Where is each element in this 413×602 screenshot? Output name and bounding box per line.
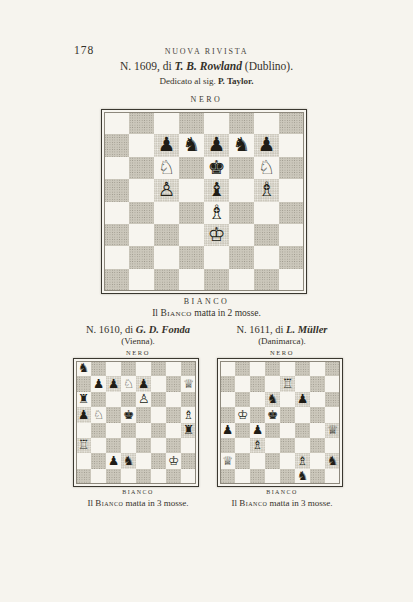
square-c5: ♙ (154, 179, 179, 201)
white-king-piece: ♔ (208, 225, 225, 245)
black-pawn-piece: ♟ (208, 135, 225, 155)
square-b8 (235, 361, 250, 376)
square-c6: ♘ (154, 157, 179, 179)
white-pawn-piece: ♙ (138, 393, 149, 406)
square-g7 (310, 376, 325, 391)
square-c3 (106, 438, 121, 453)
square-b4 (91, 423, 106, 438)
white-bishop-piece: ♗ (297, 455, 308, 468)
chessboard-frame-1610: ♞♟♟♘♟♕♜♙♟♘♚♗♜♖♟♞♔ (73, 358, 199, 487)
chessboard-1609: ♟♞♟♞♟♘♚♘♙♝♗♗♔ (104, 112, 304, 291)
problem-1609-dedication: Dedicato al sig. P. Taylor. (0, 76, 413, 86)
square-a1 (220, 469, 235, 484)
square-b7 (129, 134, 154, 156)
square-b1 (129, 269, 154, 291)
square-c3: ♗ (250, 438, 265, 453)
white-bishop-piece: ♗ (208, 203, 225, 223)
square-f2: ♗ (295, 453, 310, 468)
square-g2 (254, 246, 279, 268)
white-bishop-piece: ♗ (183, 409, 194, 422)
square-e2 (280, 453, 295, 468)
square-b5: ♘ (91, 407, 106, 422)
square-a2 (104, 246, 129, 268)
square-f7 (151, 376, 166, 391)
square-b2 (91, 453, 106, 468)
stipulation-1610: Il Bianco matta in 3 mosse. (54, 498, 222, 508)
nero-label-1609: NERO (0, 95, 413, 104)
square-d1 (179, 269, 204, 291)
square-h1 (325, 469, 340, 484)
square-f4 (229, 202, 254, 224)
chessboard-1611: ♖♞♟♔♚♟♟♕♗♕♗♞♞ (220, 361, 340, 484)
square-b1 (91, 469, 106, 484)
square-c7 (250, 376, 265, 391)
square-c2 (154, 246, 179, 268)
square-e6 (280, 392, 295, 407)
square-a6 (104, 157, 129, 179)
square-f4 (295, 423, 310, 438)
square-d3 (179, 224, 204, 246)
white-queen-piece: ♕ (183, 378, 194, 391)
square-a5 (104, 179, 129, 201)
problem-1609-number: N. 1609, di (120, 60, 172, 72)
square-d8 (265, 361, 280, 376)
square-g4 (310, 423, 325, 438)
square-f6: ♟ (295, 392, 310, 407)
black-rook-piece: ♜ (183, 424, 194, 437)
square-a8: ♞ (76, 361, 91, 376)
square-h1 (279, 269, 304, 291)
square-c3 (154, 224, 179, 246)
square-e8 (136, 361, 151, 376)
square-d4 (265, 423, 280, 438)
square-a6: ♜ (76, 392, 91, 407)
square-g3 (310, 438, 325, 453)
square-h4 (279, 202, 304, 224)
black-pawn-piece: ♟ (108, 378, 119, 391)
white-rook-piece: ♖ (78, 439, 89, 452)
square-h3 (279, 224, 304, 246)
square-c8 (250, 361, 265, 376)
square-e4: ♗ (204, 202, 229, 224)
black-knight-piece: ♞ (297, 470, 308, 483)
square-d5: ♚ (265, 407, 280, 422)
white-knight-piece: ♘ (158, 158, 175, 178)
black-pawn-piece: ♟ (297, 393, 308, 406)
square-f1 (229, 269, 254, 291)
square-h4: ♕ (325, 423, 340, 438)
white-knight-piece: ♘ (123, 378, 134, 391)
chessboard-frame-1611: ♖♞♟♔♚♟♟♕♗♕♗♞♞ (217, 358, 343, 487)
square-g2 (310, 453, 325, 468)
square-e8 (280, 361, 295, 376)
white-rook-piece: ♖ (282, 378, 293, 391)
square-f6 (229, 157, 254, 179)
square-d6 (179, 157, 204, 179)
square-e2 (136, 453, 151, 468)
square-b2 (129, 246, 154, 268)
square-e5 (136, 407, 151, 422)
white-pawn-piece: ♙ (158, 180, 175, 200)
square-e8 (204, 112, 229, 134)
square-g3 (166, 438, 181, 453)
problem-1611-place: (Danimarca). (198, 336, 366, 346)
square-c6 (106, 392, 121, 407)
square-b4 (129, 202, 154, 224)
bianco-label-1611: BIANCO (198, 489, 366, 495)
square-g6 (166, 392, 181, 407)
problem-1610-author: G. D. Fonda (136, 324, 190, 335)
black-pawn-piece: ♟ (138, 378, 149, 391)
white-knight-piece: ♘ (93, 409, 104, 422)
problem-1609-place: (Dublino). (245, 60, 293, 72)
white-queen-piece: ♕ (327, 424, 338, 437)
square-c7: ♟ (106, 376, 121, 391)
square-f4 (151, 423, 166, 438)
square-g5: ♗ (254, 179, 279, 201)
square-e7: ♟ (204, 134, 229, 156)
square-h1 (181, 469, 196, 484)
square-e3 (136, 438, 151, 453)
square-a1 (76, 469, 91, 484)
square-f3 (151, 438, 166, 453)
square-d2 (179, 246, 204, 268)
square-d1 (121, 469, 136, 484)
square-d3 (121, 438, 136, 453)
square-d8 (121, 361, 136, 376)
white-king-piece: ♔ (168, 455, 179, 468)
square-g7 (166, 376, 181, 391)
black-knight-piece: ♞ (123, 455, 134, 468)
square-f2 (151, 453, 166, 468)
square-e4 (280, 423, 295, 438)
square-e7: ♖ (280, 376, 295, 391)
problem-1610-place: (Vienna). (54, 336, 222, 346)
square-g8 (254, 112, 279, 134)
square-f1 (151, 469, 166, 484)
black-rook-piece: ♜ (78, 393, 89, 406)
square-b6 (91, 392, 106, 407)
problem-1609-author: T. B. Rowland (175, 60, 242, 72)
black-king-piece: ♚ (208, 158, 225, 178)
square-f8 (229, 112, 254, 134)
square-e2 (204, 246, 229, 268)
square-e3: ♔ (204, 224, 229, 246)
square-f7: ♞ (229, 134, 254, 156)
black-pawn-piece: ♟ (222, 424, 233, 437)
problem-1611-heading: N. 1611, di L. Müller (Danimarca). (198, 324, 366, 346)
square-e7: ♟ (136, 376, 151, 391)
black-pawn-piece: ♟ (78, 409, 89, 422)
square-d8 (179, 112, 204, 134)
bianco-label-1609: BIANCO (0, 297, 413, 306)
stipulation-1611: Il Bianco matta in 3 mosse. (198, 498, 366, 508)
square-c4: ♟ (250, 423, 265, 438)
square-e3 (280, 438, 295, 453)
white-queen-piece: ♕ (222, 455, 233, 468)
square-d4 (121, 423, 136, 438)
journal-title: NUOVA RIVISTA (0, 47, 413, 56)
square-e6: ♙ (136, 392, 151, 407)
square-f1: ♞ (295, 469, 310, 484)
square-h2: ♞ (325, 453, 340, 468)
square-f5 (151, 407, 166, 422)
square-g3 (254, 224, 279, 246)
square-h7: ♕ (181, 376, 196, 391)
square-a5: ♟ (76, 407, 91, 422)
square-d4 (179, 202, 204, 224)
square-b3 (235, 438, 250, 453)
square-b4 (235, 423, 250, 438)
square-c5 (106, 407, 121, 422)
square-a7 (76, 376, 91, 391)
square-g7: ♟ (254, 134, 279, 156)
square-h2 (181, 453, 196, 468)
square-c8 (154, 112, 179, 134)
square-h5: ♗ (181, 407, 196, 422)
square-f3 (295, 438, 310, 453)
square-c1 (154, 269, 179, 291)
square-d6: ♞ (265, 392, 280, 407)
square-d3 (265, 438, 280, 453)
square-c8 (106, 361, 121, 376)
black-knight-piece: ♞ (78, 362, 89, 375)
square-h7 (279, 134, 304, 156)
stipulation-1609: Il Bianco matta in 2 mosse. (0, 308, 413, 318)
square-d5: ♚ (121, 407, 136, 422)
black-king-piece: ♚ (267, 409, 278, 422)
square-g4 (254, 202, 279, 224)
square-f8 (295, 361, 310, 376)
square-g6: ♘ (254, 157, 279, 179)
square-h8 (279, 112, 304, 134)
square-h5 (279, 179, 304, 201)
square-f5 (295, 407, 310, 422)
square-a4 (104, 202, 129, 224)
dedication-name: P. Taylor. (218, 76, 254, 86)
square-g1 (310, 469, 325, 484)
problem-1609-heading: N. 1609, di T. B. Rowland (Dublino). (0, 60, 413, 72)
square-f5 (229, 179, 254, 201)
square-c1 (250, 469, 265, 484)
square-c2: ♟ (106, 453, 121, 468)
square-a5 (220, 407, 235, 422)
black-pawn-piece: ♟ (108, 455, 119, 468)
square-a3 (220, 438, 235, 453)
black-pawn-piece: ♟ (252, 424, 263, 437)
square-a4: ♟ (220, 423, 235, 438)
problem-1611-number: N. 1611, di (237, 324, 284, 335)
square-g2: ♔ (166, 453, 181, 468)
square-e6: ♚ (204, 157, 229, 179)
square-c6 (250, 392, 265, 407)
square-g1 (166, 469, 181, 484)
black-knight-piece: ♞ (327, 455, 338, 468)
square-h4: ♜ (181, 423, 196, 438)
black-pawn-piece: ♟ (158, 135, 175, 155)
white-knight-piece: ♘ (258, 158, 275, 178)
square-b3 (129, 224, 154, 246)
square-b7: ♟ (91, 376, 106, 391)
square-d2: ♞ (121, 453, 136, 468)
square-h6 (279, 157, 304, 179)
square-h6 (325, 392, 340, 407)
square-b8 (129, 112, 154, 134)
problem-1610-number: N. 1610, di (86, 324, 133, 335)
square-f3 (229, 224, 254, 246)
square-d6 (121, 392, 136, 407)
square-b3 (91, 438, 106, 453)
square-g8 (166, 361, 181, 376)
magazine-page: 178 NUOVA RIVISTA N. 1609, di T. B. Rowl… (0, 0, 413, 602)
square-f6 (151, 392, 166, 407)
square-d2 (265, 453, 280, 468)
square-g5 (310, 407, 325, 422)
square-h8 (325, 361, 340, 376)
square-c4 (154, 202, 179, 224)
square-h7 (325, 376, 340, 391)
square-a4 (76, 423, 91, 438)
black-bishop-piece: ♝ (208, 180, 225, 200)
square-a6 (220, 392, 235, 407)
square-a7 (220, 376, 235, 391)
black-pawn-piece: ♟ (258, 135, 275, 155)
square-b6 (129, 157, 154, 179)
square-d7: ♘ (121, 376, 136, 391)
white-bishop-piece: ♗ (258, 180, 275, 200)
bianco-label-1610: BIANCO (54, 489, 222, 495)
square-a2: ♕ (220, 453, 235, 468)
square-c1 (106, 469, 121, 484)
square-d7 (265, 376, 280, 391)
square-e1 (136, 469, 151, 484)
square-e5 (280, 407, 295, 422)
black-pawn-piece: ♟ (93, 378, 104, 391)
chessboard-frame-1609: ♟♞♟♞♟♘♚♘♙♝♗♗♔ (101, 109, 307, 294)
square-h8 (181, 361, 196, 376)
square-e5: ♝ (204, 179, 229, 201)
square-a8 (104, 112, 129, 134)
square-e4 (136, 423, 151, 438)
square-a7 (104, 134, 129, 156)
black-knight-piece: ♞ (183, 135, 200, 155)
square-g5 (166, 407, 181, 422)
square-e1 (204, 269, 229, 291)
square-g8 (310, 361, 325, 376)
square-b1 (235, 469, 250, 484)
problem-1611-author: L. Müller (286, 324, 327, 335)
square-b2 (235, 453, 250, 468)
black-knight-piece: ♞ (233, 135, 250, 155)
square-h6 (181, 392, 196, 407)
square-h3 (181, 438, 196, 453)
square-e1 (280, 469, 295, 484)
nero-label-1610: NERO (54, 349, 222, 356)
square-a1 (104, 269, 129, 291)
square-c5 (250, 407, 265, 422)
square-d7: ♞ (179, 134, 204, 156)
square-c4 (106, 423, 121, 438)
square-b8 (91, 361, 106, 376)
square-g6 (310, 392, 325, 407)
square-b6 (235, 392, 250, 407)
square-g1 (254, 269, 279, 291)
chessboard-1610: ♞♟♟♘♟♕♜♙♟♘♚♗♜♖♟♞♔ (76, 361, 196, 484)
square-d5 (179, 179, 204, 201)
square-h5 (325, 407, 340, 422)
square-c7: ♟ (154, 134, 179, 156)
square-a3: ♖ (76, 438, 91, 453)
nero-label-1611: NERO (198, 349, 366, 356)
black-king-piece: ♚ (123, 409, 134, 422)
black-knight-piece: ♞ (267, 393, 278, 406)
square-h3 (325, 438, 340, 453)
white-bishop-piece: ♗ (252, 439, 263, 452)
square-c2 (250, 453, 265, 468)
white-king-piece: ♔ (237, 409, 248, 422)
square-b5 (129, 179, 154, 201)
square-h2 (279, 246, 304, 268)
problem-1610-heading: N. 1610, di G. D. Fonda (Vienna). (54, 324, 222, 346)
square-f8 (151, 361, 166, 376)
square-a8 (220, 361, 235, 376)
square-f7 (295, 376, 310, 391)
square-f2 (229, 246, 254, 268)
square-g4 (166, 423, 181, 438)
square-a3 (104, 224, 129, 246)
square-a2 (76, 453, 91, 468)
square-b5: ♔ (235, 407, 250, 422)
square-b7 (235, 376, 250, 391)
square-d1 (265, 469, 280, 484)
